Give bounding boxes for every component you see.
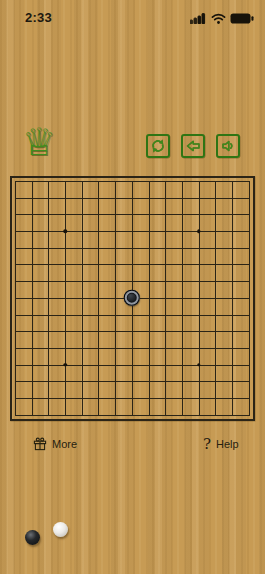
board-cell[interactable] [165,315,182,332]
board-cell[interactable] [232,381,249,398]
board-cell[interactable] [199,231,216,248]
board-cell[interactable] [132,331,149,348]
board-cell[interactable] [165,231,182,248]
board-cell[interactable] [199,381,216,398]
board-cell[interactable] [215,181,232,198]
board-cell[interactable] [232,365,249,382]
board-cell[interactable] [48,248,65,265]
status-icons [190,13,254,24]
board-cell[interactable] [182,281,199,298]
board-cell[interactable] [65,315,82,332]
board-cell[interactable] [232,281,249,298]
board-cell[interactable] [15,365,32,382]
board-cell[interactable] [132,198,149,215]
board-cell[interactable] [48,198,65,215]
board-cell[interactable] [215,398,232,415]
board-cell[interactable] [65,331,82,348]
board-cell[interactable] [32,281,49,298]
status-time: 2:33 [25,10,52,25]
board-cell[interactable] [149,281,166,298]
board-cell[interactable] [98,365,115,382]
sound-button[interactable] [216,134,240,158]
board-cell[interactable] [132,248,149,265]
board-cell[interactable] [15,231,32,248]
board-cell[interactable] [149,365,166,382]
board-cell[interactable] [98,348,115,365]
board-cell[interactable] [199,281,216,298]
board-cell[interactable] [182,315,199,332]
board-cell[interactable] [15,298,32,315]
board-cell[interactable] [149,398,166,415]
board-cell[interactable] [82,398,99,415]
speaker-icon [220,138,236,154]
board-cell[interactable] [132,181,149,198]
board-cell[interactable] [98,315,115,332]
board-cell[interactable] [115,214,132,231]
board-cell[interactable] [115,198,132,215]
board-cell[interactable] [115,298,132,315]
board-cell[interactable] [65,198,82,215]
board-cell[interactable] [82,365,99,382]
board-cell[interactable] [32,298,49,315]
board-cell[interactable] [48,381,65,398]
board-cell[interactable] [65,264,82,281]
board-cell[interactable] [132,231,149,248]
board-cell[interactable] [132,264,149,281]
board-cell[interactable] [15,348,32,365]
board-cell[interactable] [48,331,65,348]
board-cell[interactable] [199,298,216,315]
board-cell[interactable] [98,198,115,215]
board-cell[interactable] [182,381,199,398]
board-cell[interactable] [132,365,149,382]
board-cell[interactable] [48,281,65,298]
board-cell[interactable] [32,198,49,215]
refresh-icon [150,138,166,154]
board-cell[interactable] [232,231,249,248]
board-cell[interactable] [199,315,216,332]
board-cell[interactable] [98,214,115,231]
board-cell[interactable] [199,214,216,231]
board-cell[interactable] [149,198,166,215]
board-cell[interactable] [98,281,115,298]
left-arrow-icon [185,138,201,154]
tray-black-stone [25,530,40,545]
board-cell[interactable] [32,248,49,265]
board-cell[interactable] [115,264,132,281]
board-cell[interactable] [48,315,65,332]
board-cell[interactable] [215,315,232,332]
board-cell[interactable] [182,348,199,365]
board-cell[interactable] [149,298,166,315]
board-cell[interactable] [48,298,65,315]
board-cell[interactable] [199,365,216,382]
board-cell[interactable] [32,331,49,348]
board-cell[interactable] [215,198,232,215]
board-cell[interactable] [15,398,32,415]
board-cell[interactable] [98,298,115,315]
board-cell[interactable] [232,348,249,365]
board-cell[interactable] [82,181,99,198]
board-cell[interactable] [98,181,115,198]
board-cell[interactable] [215,214,232,231]
board-cell[interactable] [199,264,216,281]
board-cell[interactable] [82,198,99,215]
cellular-signal-icon [190,13,207,24]
more-label: More [52,438,77,450]
board-cell[interactable] [65,181,82,198]
crown-logo-icon: ♕ [22,120,56,164]
board-cell[interactable] [82,298,99,315]
board-cell[interactable] [132,298,149,315]
board-cell[interactable] [32,264,49,281]
board-cell[interactable] [82,348,99,365]
board-cell[interactable] [32,398,49,415]
board-cell[interactable] [98,248,115,265]
board-cell[interactable] [149,214,166,231]
board-cell[interactable] [115,381,132,398]
board-cell[interactable] [165,181,182,198]
board-cell[interactable] [215,298,232,315]
board-cell[interactable] [82,214,99,231]
board-cell[interactable] [32,365,49,382]
board-cell[interactable] [232,198,249,215]
board-cell[interactable] [98,381,115,398]
board-cell[interactable] [165,281,182,298]
board-cell[interactable] [215,281,232,298]
board-cell[interactable] [132,381,149,398]
question-mark-icon: ? [203,435,211,453]
board-cell[interactable] [182,298,199,315]
restart-button[interactable] [146,134,170,158]
board-cell[interactable] [199,398,216,415]
tray-white-stone [53,522,68,537]
board-cell[interactable] [115,281,132,298]
board-cell[interactable] [182,181,199,198]
board-cell[interactable] [32,315,49,332]
board-cell[interactable] [15,315,32,332]
board-cell[interactable] [15,198,32,215]
board-cell[interactable] [48,214,65,231]
board-cell[interactable] [165,264,182,281]
board-cell[interactable] [149,381,166,398]
board-cell[interactable] [48,181,65,198]
board-cell[interactable] [182,231,199,248]
battery-icon [230,13,254,24]
help-label: Help [216,438,239,450]
board-cell[interactable] [32,348,49,365]
board-cell[interactable] [65,381,82,398]
board-cell[interactable] [182,398,199,415]
board-cell[interactable] [98,331,115,348]
board-cell[interactable] [199,181,216,198]
board-cell[interactable] [165,331,182,348]
board-cell[interactable] [65,398,82,415]
board-cell[interactable] [15,214,32,231]
board-cell[interactable] [215,231,232,248]
more-button[interactable]: More [33,437,77,451]
board-cell[interactable] [115,315,132,332]
board-cell[interactable] [232,315,249,332]
toolbar [146,134,240,158]
board-cell[interactable] [48,398,65,415]
gomoku-board[interactable] [10,176,255,421]
board-cell[interactable] [115,231,132,248]
board-cell[interactable] [149,248,166,265]
undo-button[interactable] [181,134,205,158]
board-cell[interactable] [232,331,249,348]
board-cell[interactable] [65,214,82,231]
board-cell[interactable] [65,365,82,382]
board-cell[interactable] [149,181,166,198]
board-cell[interactable] [199,248,216,265]
board-cell[interactable] [98,264,115,281]
board-cell[interactable] [232,264,249,281]
board-cell[interactable] [48,348,65,365]
board-cell[interactable] [82,381,99,398]
app-window: 2:33 ♕ [0,0,265,574]
board-cell[interactable] [32,381,49,398]
board-cell[interactable] [15,281,32,298]
board-cell[interactable] [182,214,199,231]
board-cell[interactable] [132,214,149,231]
board-cell[interactable] [149,315,166,332]
board-cell[interactable] [132,398,149,415]
board-cell[interactable] [132,348,149,365]
wifi-icon [211,13,226,24]
board-cell[interactable] [182,198,199,215]
board-cell[interactable] [149,264,166,281]
board-cell[interactable] [115,331,132,348]
board-cell[interactable] [182,331,199,348]
board-cell[interactable] [232,181,249,198]
board-cell[interactable] [149,231,166,248]
board-grid [15,181,250,416]
board-cell[interactable] [15,331,32,348]
board-cell[interactable] [132,315,149,332]
board-cell[interactable] [82,315,99,332]
board-cell[interactable] [15,264,32,281]
board-cell[interactable] [182,248,199,265]
board-cell[interactable] [232,398,249,415]
board-cell[interactable] [199,198,216,215]
board-cell[interactable] [115,181,132,198]
board-cell[interactable] [232,298,249,315]
board-cell[interactable] [215,348,232,365]
board-cell[interactable] [165,398,182,415]
board-cell[interactable] [115,248,132,265]
board-cell[interactable] [82,231,99,248]
board-cell[interactable] [165,298,182,315]
board-cell[interactable] [165,248,182,265]
board-cell[interactable] [215,365,232,382]
board-cell[interactable] [149,331,166,348]
board-cell[interactable] [65,231,82,248]
board-cell[interactable] [82,264,99,281]
board-cell[interactable] [165,214,182,231]
board-cell[interactable] [82,248,99,265]
board-cell[interactable] [215,381,232,398]
board-cell[interactable] [32,181,49,198]
board-cell[interactable] [215,264,232,281]
board-cell[interactable] [65,281,82,298]
board-cell[interactable] [199,331,216,348]
board-cell[interactable] [98,231,115,248]
help-button[interactable]: ? Help [203,435,239,453]
board-cell[interactable] [199,348,216,365]
board-cell[interactable] [232,214,249,231]
board-cell[interactable] [165,365,182,382]
board-cell[interactable] [165,198,182,215]
board-cell[interactable] [165,348,182,365]
gift-icon [33,437,47,451]
board-cell[interactable] [232,248,249,265]
board-cell[interactable] [115,398,132,415]
board-cell[interactable] [215,248,232,265]
board-cell[interactable] [115,348,132,365]
board-cell[interactable] [15,381,32,398]
board-cell[interactable] [182,365,199,382]
board-cell[interactable] [82,281,99,298]
board-cell[interactable] [15,248,32,265]
status-bar: 2:33 [0,0,265,30]
board-cell[interactable] [115,365,132,382]
board-cell[interactable] [48,264,65,281]
board-cell[interactable] [149,348,166,365]
board-cell[interactable] [98,398,115,415]
board-cell[interactable] [32,231,49,248]
board-cell[interactable] [65,298,82,315]
board-cell[interactable] [65,248,82,265]
board-cell[interactable] [15,181,32,198]
board-cell[interactable] [165,381,182,398]
board-cell[interactable] [48,231,65,248]
board-cell[interactable] [32,214,49,231]
board-cell[interactable] [65,348,82,365]
board-cell[interactable] [215,331,232,348]
board-cell[interactable] [132,281,149,298]
board-cell[interactable] [182,264,199,281]
board-cell[interactable] [82,331,99,348]
board-cell[interactable] [48,365,65,382]
